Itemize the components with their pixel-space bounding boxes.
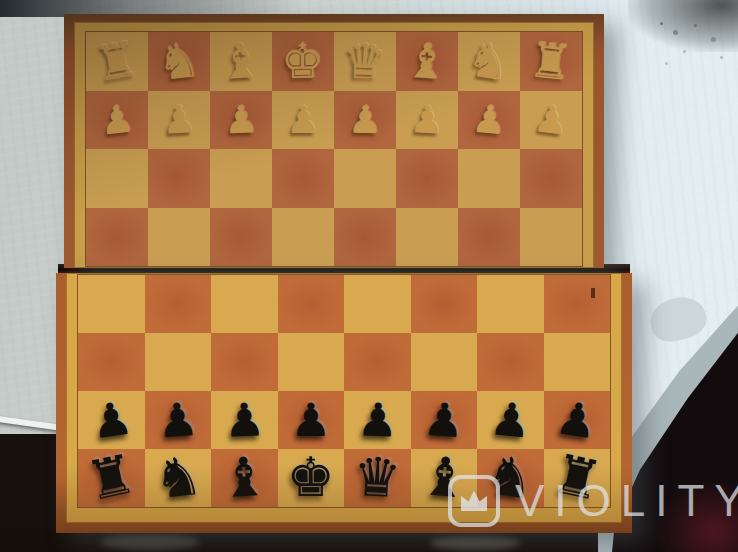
- square: ♞: [145, 449, 212, 507]
- white-rook: ♜: [92, 34, 143, 89]
- square: [145, 333, 212, 391]
- square: ♟: [458, 91, 520, 150]
- square: ♟: [411, 391, 478, 449]
- black-pawn: ♟: [553, 394, 601, 446]
- white-bishop: ♝: [404, 36, 450, 87]
- square: [272, 208, 334, 267]
- square: ♟: [278, 391, 345, 449]
- square: ♟: [78, 391, 145, 449]
- black-pawn: ♟: [356, 396, 399, 443]
- square: ♞: [148, 32, 210, 91]
- square: [477, 333, 544, 391]
- square: [396, 208, 458, 267]
- square: ♟: [396, 91, 458, 150]
- white-pawn: ♟: [532, 99, 570, 141]
- square: [544, 275, 611, 333]
- white-pawn: ♟: [223, 100, 258, 139]
- square: [458, 149, 520, 208]
- square: ♚: [272, 32, 334, 91]
- square: [477, 275, 544, 333]
- square: [278, 333, 345, 391]
- square: [344, 333, 411, 391]
- square: ♚: [278, 449, 345, 507]
- white-pawn: ♟: [348, 100, 383, 139]
- square: [396, 149, 458, 208]
- watermark-text: VIOLITY: [515, 476, 738, 526]
- square: ♟: [544, 391, 611, 449]
- square: [458, 208, 520, 267]
- square: ♟: [148, 91, 210, 150]
- blurred-object: [430, 536, 520, 550]
- square: ♜: [78, 449, 145, 507]
- square: [344, 275, 411, 333]
- black-queen: ♛: [352, 450, 403, 506]
- black-pawn: ♟: [487, 395, 533, 445]
- square: [211, 333, 278, 391]
- hinge-mark: [591, 288, 595, 298]
- photo-scene: ♜♞♝♚♛♝♞♜♟♟♟♟♟♟♟♟ ♟♟♟♟♟♟♟♟♜♞♝♚♛♝♞♜ VIOLIT…: [0, 0, 738, 552]
- square: ♞: [458, 32, 520, 91]
- square: ♟: [272, 91, 334, 150]
- square: ♝: [396, 32, 458, 91]
- square: [544, 333, 611, 391]
- square: ♟: [210, 91, 272, 150]
- black-knight: ♞: [151, 449, 205, 508]
- square: [272, 149, 334, 208]
- gray-cushion-shape: [646, 292, 710, 346]
- black-pawn: ♟: [88, 394, 135, 445]
- board-grid-ranks-5-8: ♟♟♟♟♟♟♟♟♜♞♝♚♛♝♞♜: [78, 275, 610, 507]
- square: ♟: [477, 391, 544, 449]
- black-pawn: ♟: [223, 396, 266, 443]
- white-knight: ♞: [155, 35, 203, 87]
- square: [211, 275, 278, 333]
- square: ♟: [145, 391, 212, 449]
- square: [78, 333, 145, 391]
- black-king: ♚: [287, 451, 335, 505]
- square: ♜: [86, 32, 148, 91]
- square: [145, 275, 212, 333]
- square: [278, 275, 345, 333]
- square: [411, 333, 478, 391]
- board-margin: ♜♞♝♚♛♝♞♜♟♟♟♟♟♟♟♟: [74, 22, 594, 268]
- blurred-object: [100, 534, 200, 550]
- chess-board-top-half: ♜♞♝♚♛♝♞♜♟♟♟♟♟♟♟♟: [64, 14, 604, 268]
- black-pawn: ♟: [290, 397, 331, 443]
- black-bishop: ♝: [219, 450, 270, 506]
- square: [78, 275, 145, 333]
- black-rook: ♜: [82, 447, 141, 510]
- square: [334, 149, 396, 208]
- white-king: ♚: [281, 37, 325, 86]
- square: [148, 208, 210, 267]
- board-grid-ranks-1-4: ♜♞♝♚♛♝♞♜♟♟♟♟♟♟♟♟: [86, 32, 582, 266]
- square: ♟: [86, 91, 148, 150]
- white-rook: ♜: [527, 35, 575, 87]
- white-pawn: ♟: [161, 100, 197, 140]
- white-queen: ♛: [343, 37, 388, 86]
- square: ♟: [520, 91, 582, 150]
- white-pawn: ♟: [98, 99, 136, 140]
- square: ♟: [334, 91, 396, 150]
- square: [210, 208, 272, 267]
- violity-watermark: VIOLITY: [447, 474, 738, 528]
- white-knight: ♞: [464, 34, 513, 88]
- square: ♝: [211, 449, 278, 507]
- white-pawn: ♟: [409, 100, 445, 140]
- black-pawn: ♟: [422, 396, 466, 445]
- wall-speckles: [660, 22, 663, 25]
- white-pawn: ♟: [286, 101, 320, 139]
- square: ♟: [211, 391, 278, 449]
- black-pawn: ♟: [156, 396, 200, 445]
- square: ♜: [520, 32, 582, 91]
- square: [210, 149, 272, 208]
- wall-dark-patch-top-right: [628, 0, 738, 52]
- square: [411, 275, 478, 333]
- square: [148, 149, 210, 208]
- white-pawn: ♟: [470, 99, 507, 140]
- square: [334, 208, 396, 267]
- square: ♛: [334, 32, 396, 91]
- square: [520, 208, 582, 267]
- square: [86, 149, 148, 208]
- square: ♟: [344, 391, 411, 449]
- square: [520, 149, 582, 208]
- crown-icon: [447, 474, 501, 528]
- square: [86, 208, 148, 267]
- square: ♝: [210, 32, 272, 91]
- square: ♛: [344, 449, 411, 507]
- white-bishop: ♝: [218, 36, 263, 86]
- board-edge: ♜♞♝♚♛♝♞♜♟♟♟♟♟♟♟♟: [64, 14, 604, 268]
